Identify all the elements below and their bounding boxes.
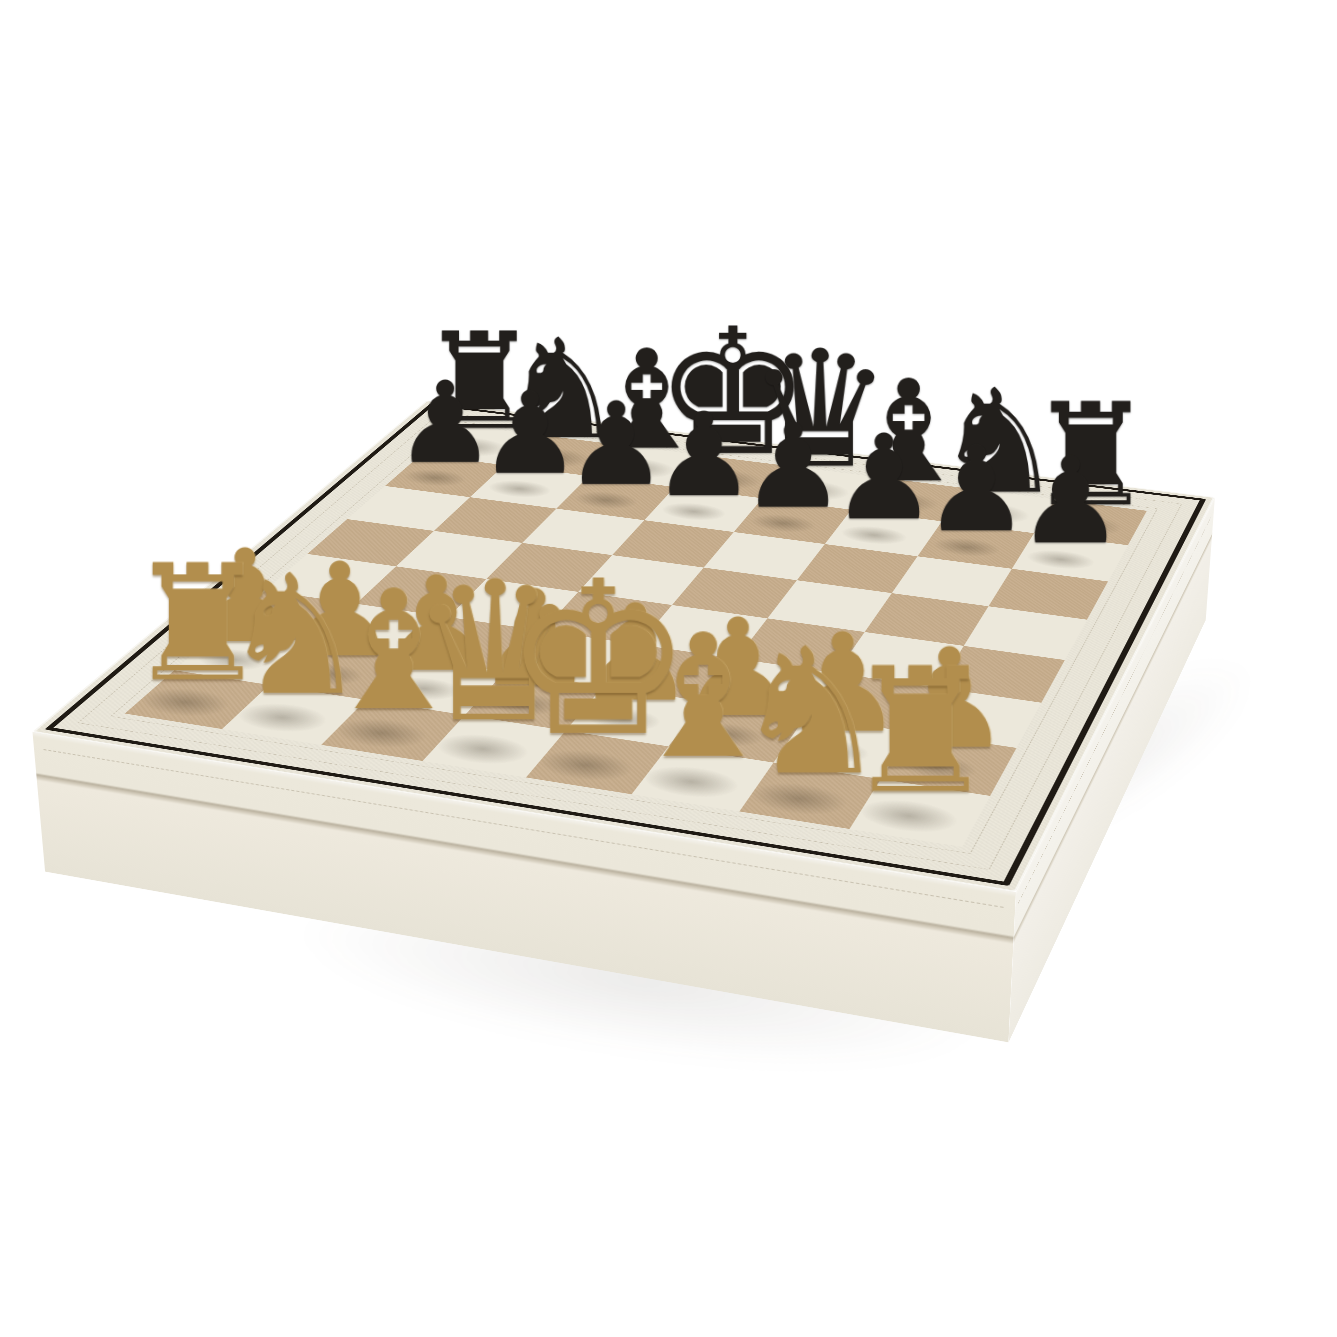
scene: ♜♞♝♚♛♝♞♜♟♟♟♟♟♟♟♟♟♟♟♟♟♟♟♟♜♞♝♛♚♝♞♜ (0, 0, 1337, 1337)
product-photo-canvas: { "game": "chess", "scene": "luxury crea… (0, 0, 1337, 1337)
rook-glyph: ♜ (691, 645, 1149, 817)
chess-box: ♜♞♝♚♛♝♞♜♟♟♟♟♟♟♟♟♟♟♟♟♟♟♟♟♜♞♝♛♚♝♞♜ (32, 400, 1214, 892)
